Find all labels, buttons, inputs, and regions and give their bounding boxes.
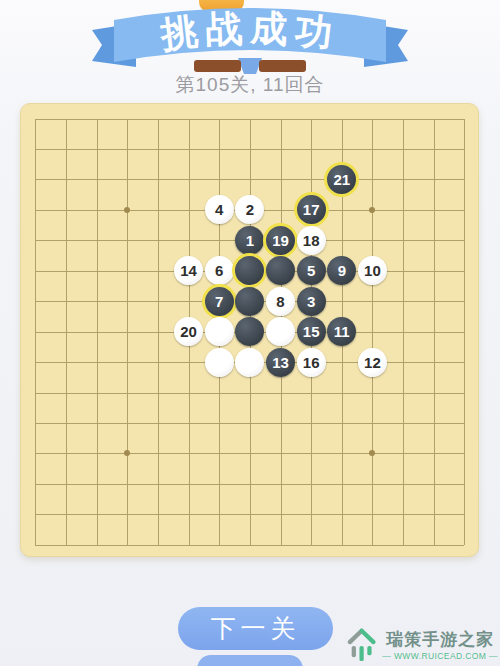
grid-line-horizontal [35, 453, 464, 454]
grid-line-horizontal [35, 484, 464, 485]
grid-line-horizontal [35, 514, 464, 515]
star-point [369, 450, 375, 456]
stone-white-6: 6 [205, 256, 234, 285]
stone-black-17: 17 [297, 195, 326, 224]
stone-white-preplaced [266, 317, 295, 346]
stone-white-4: 4 [205, 195, 234, 224]
stone-black-5: 5 [297, 256, 326, 285]
stone-white-2: 2 [235, 195, 264, 224]
star-point [124, 207, 130, 213]
stone-black-19: 19 [266, 226, 295, 255]
stone-black-11: 11 [327, 317, 356, 346]
stone-black-preplaced [235, 256, 264, 285]
grid-line-vertical [434, 119, 435, 545]
grid-line-horizontal [35, 423, 464, 424]
stone-white-preplaced [205, 348, 234, 377]
stone-black-preplaced [235, 317, 264, 346]
stone-black-1: 1 [235, 226, 264, 255]
grid-line-vertical [464, 119, 465, 545]
stone-white-preplaced [205, 317, 234, 346]
level-subtitle: 第105关, 11回合 [0, 72, 500, 98]
watermark-site-url: — WWW.RUICEAD.COM — [382, 651, 498, 661]
site-watermark: 瑞策手游之家 — WWW.RUICEAD.COM — [346, 625, 498, 663]
stone-black-21: 21 [327, 165, 356, 194]
stone-black-preplaced [235, 287, 264, 316]
ribbon-band [114, 8, 386, 62]
grid-line-vertical [372, 119, 373, 545]
stone-black-9: 9 [327, 256, 356, 285]
stone-white-8: 8 [266, 287, 295, 316]
banner-ribbon: 挑战成功 [90, 4, 410, 82]
gomoku-board: 214217119181465910783201511131612 [20, 103, 479, 557]
ribbon-graphic: 挑战成功 [90, 4, 410, 82]
stone-white-10: 10 [358, 256, 387, 285]
stone-white-preplaced [235, 348, 264, 377]
watermark-site-name: 瑞策手游之家 [386, 628, 494, 651]
stone-white-18: 18 [297, 226, 326, 255]
stone-white-12: 12 [358, 348, 387, 377]
stone-white-16: 16 [297, 348, 326, 377]
stone-black-3: 3 [297, 287, 326, 316]
stone-black-15: 15 [297, 317, 326, 346]
stone-white-20: 20 [174, 317, 203, 346]
app-screen: 挑战成功 第105关, 11回合 21421711918146591078320… [0, 0, 500, 666]
scroll-rod-left [194, 60, 241, 72]
star-point [124, 450, 130, 456]
stone-black-13: 13 [266, 348, 295, 377]
next-level-button[interactable]: 下一关 [178, 607, 333, 650]
stone-black-7: 7 [205, 287, 234, 316]
watermark-text: 瑞策手游之家 — WWW.RUICEAD.COM — [382, 628, 498, 661]
grid-line-horizontal [35, 393, 464, 394]
stone-black-preplaced [266, 256, 295, 285]
house-icon [346, 625, 377, 663]
stone-white-14: 14 [174, 256, 203, 285]
scroll-rod-right [259, 60, 306, 72]
grid-line-horizontal [35, 545, 464, 546]
secondary-button-partial[interactable] [197, 655, 303, 666]
grid-line-vertical [403, 119, 404, 545]
star-point [369, 207, 375, 213]
